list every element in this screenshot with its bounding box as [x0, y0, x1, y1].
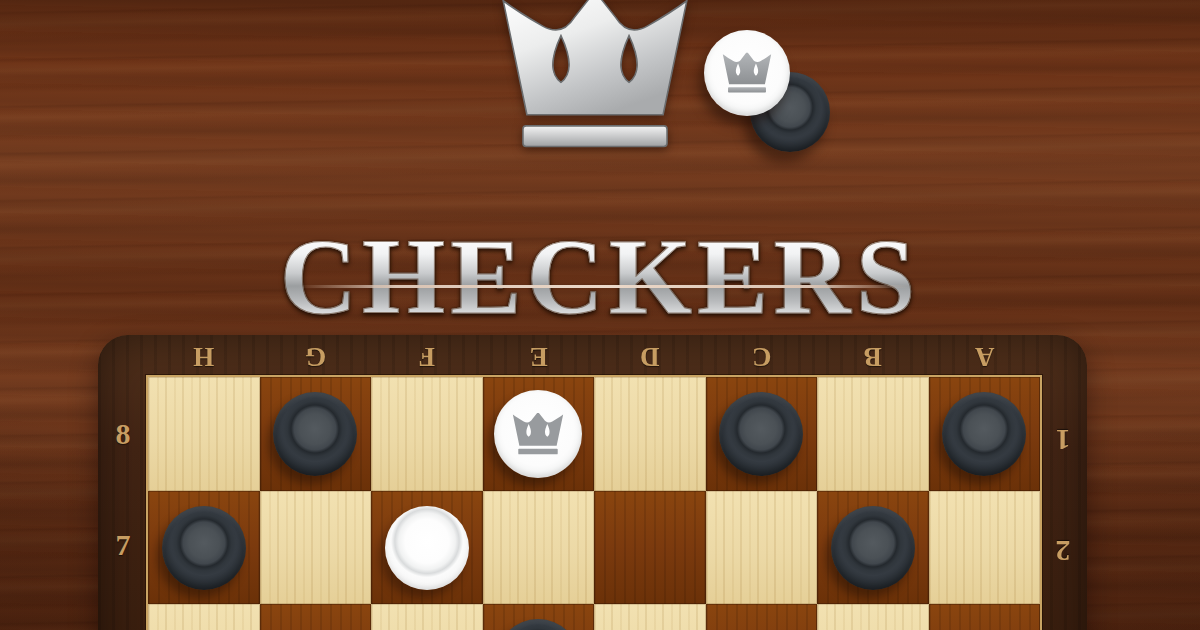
column-labels: H G F E D C B A — [148, 341, 1040, 373]
square-G8[interactable] — [260, 377, 372, 491]
header-white-king-piece — [704, 30, 790, 116]
column-label-b: B — [817, 341, 929, 373]
column-label-e: E — [483, 341, 595, 373]
black-man-piece[interactable] — [831, 506, 915, 590]
black-man-piece[interactable] — [273, 392, 357, 476]
square-B8[interactable] — [817, 377, 929, 491]
square-D6[interactable] — [594, 604, 706, 630]
crown-logo-icon — [500, 0, 690, 152]
square-H8[interactable] — [148, 377, 260, 491]
column-label-f: F — [371, 341, 483, 373]
column-label-a: A — [929, 341, 1041, 373]
crown-icon — [512, 412, 564, 456]
column-label-c: C — [706, 341, 818, 373]
square-F6[interactable] — [371, 604, 483, 630]
board-playing-area — [146, 375, 1042, 630]
square-G6[interactable] — [260, 604, 372, 630]
row-label-left-8: 8 — [98, 417, 148, 451]
square-F7[interactable] — [371, 491, 483, 605]
square-H7[interactable] — [148, 491, 260, 605]
row-label-right-2: 2 — [1038, 534, 1088, 568]
square-D8[interactable] — [594, 377, 706, 491]
row-label-left-7: 7 — [98, 528, 148, 562]
square-D7[interactable] — [594, 491, 706, 605]
square-A7[interactable] — [929, 491, 1041, 605]
column-label-g: G — [260, 341, 372, 373]
row-label-right-1: 1 — [1038, 423, 1088, 457]
square-C8[interactable] — [706, 377, 818, 491]
checkers-title-screen: CHECKERS H G F E D C B A 8 7 1 2 — [0, 0, 1200, 630]
white-man-piece[interactable] — [385, 506, 469, 590]
column-label-h: H — [148, 341, 260, 373]
square-E6[interactable] — [483, 604, 595, 630]
square-H6[interactable] — [148, 604, 260, 630]
square-B7[interactable] — [817, 491, 929, 605]
square-E7[interactable] — [483, 491, 595, 605]
square-B6[interactable] — [817, 604, 929, 630]
black-man-piece[interactable] — [719, 392, 803, 476]
square-C6[interactable] — [706, 604, 818, 630]
square-A8[interactable] — [929, 377, 1041, 491]
square-A6[interactable] — [929, 604, 1041, 630]
black-man-piece[interactable] — [162, 506, 246, 590]
title-divider — [298, 285, 910, 288]
white-king-piece[interactable] — [494, 390, 582, 478]
black-man-piece[interactable] — [942, 392, 1026, 476]
page-title: CHECKERS — [0, 224, 1200, 331]
square-C7[interactable] — [706, 491, 818, 605]
square-F8[interactable] — [371, 377, 483, 491]
black-man-piece[interactable] — [496, 619, 580, 630]
square-G7[interactable] — [260, 491, 372, 605]
square-E8[interactable] — [483, 377, 595, 491]
board-grid — [148, 377, 1040, 630]
column-label-d: D — [594, 341, 706, 373]
crown-icon — [722, 52, 772, 94]
